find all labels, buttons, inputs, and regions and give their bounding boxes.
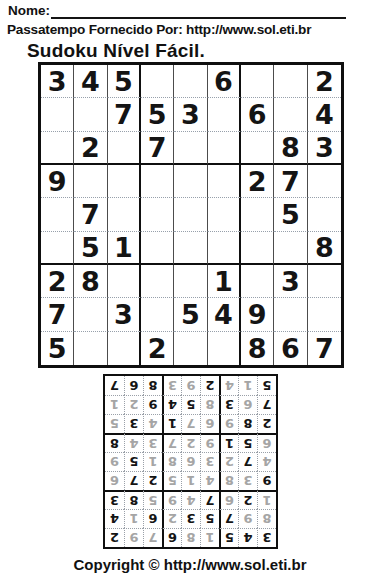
puzzle-cell-r6c3: 1 [108,232,141,265]
puzzle-cell-r9c2 [74,332,107,365]
puzzle-cell-r6c9: 8 [308,232,341,265]
solution-cell-r5c2: 7 [238,452,257,471]
puzzle-cell-r7c8: 3 [274,265,307,298]
solution-cell-r7c9: 5 [105,414,124,433]
solution-cell-r1c6: 6 [162,528,181,547]
solution-cell-r8c4: 8 [200,395,219,414]
solution-cell-r6c8: 4 [124,433,143,452]
solution-cell-r5c5: 6 [181,452,200,471]
provider-text: Passatempo Fornecido Por: http://www.sol… [7,22,377,37]
solution-cell-r8c6: 4 [162,395,181,414]
puzzle-cell-r1c1: 3 [41,65,74,98]
puzzle-cell-r6c7 [241,232,274,265]
puzzle-cell-r9c4: 2 [141,332,174,365]
puzzle-cell-r6c5 [174,232,207,265]
solution-cell-r9c5: 9 [181,376,200,395]
puzzle-cell-r8c4 [141,298,174,331]
solution-cell-r3c8: 8 [124,490,143,509]
puzzle-cell-r1c8 [274,65,307,98]
puzzle-cell-r9c1: 5 [41,332,74,365]
puzzle-cell-r8c1: 7 [41,298,74,331]
solution-cell-r4c7: 2 [143,471,162,490]
puzzle-cell-r9c7: 8 [241,332,274,365]
solution-cell-r2c8: 1 [124,509,143,528]
puzzle-grid: 345627536427839277551828137354952867 [38,62,344,368]
puzzle-cell-r4c2 [74,165,107,198]
puzzle-cell-r4c1: 9 [41,165,74,198]
solution-cell-r5c7: 1 [143,452,162,471]
puzzle-cell-r2c5: 3 [174,98,207,131]
puzzle-cell-r3c8: 8 [274,132,307,165]
puzzle-cell-r4c5 [174,165,207,198]
solution-cell-r9c1: 5 [257,376,276,395]
solution-cell-r1c1: 3 [257,528,276,547]
puzzle-cell-r5c9 [308,198,341,231]
solution-cell-r4c1: 9 [257,471,276,490]
puzzle-cell-r4c8: 7 [274,165,307,198]
solution-cell-r8c3: 3 [219,395,238,414]
solution-cell-r2c5: 3 [181,509,200,528]
solution-cell-r1c3: 5 [219,528,238,547]
solution-cell-r6c4: 9 [200,433,219,452]
solution-cell-r7c3: 9 [219,414,238,433]
puzzle-cell-r8c9 [308,298,341,331]
solution-cell-r6c5: 2 [181,433,200,452]
solution-cell-r2c6: 2 [162,509,181,528]
solution-cell-r3c6: 9 [162,490,181,509]
solution-cell-r4c5: 1 [181,471,200,490]
puzzle-cell-r2c8 [274,98,307,131]
solution-cell-r1c9: 2 [105,528,124,547]
puzzle-cell-r2c2 [74,98,107,131]
puzzle-cell-r7c3 [108,265,141,298]
puzzle-cell-r3c4: 7 [141,132,174,165]
puzzle-cell-r7c9 [308,265,341,298]
puzzle-cell-r3c2: 2 [74,132,107,165]
puzzle-cell-r5c1 [41,198,74,231]
solution-cell-r2c4: 5 [200,509,219,528]
solution-cell-r7c1: 2 [257,414,276,433]
solution-cell-r8c8: 2 [124,395,143,414]
solution-cell-r2c1: 8 [257,509,276,528]
puzzle-cell-r2c4: 5 [141,98,174,131]
solution-cell-r5c3: 2 [219,452,238,471]
name-label: Nome: [8,3,50,19]
puzzle-cell-r5c3 [108,198,141,231]
puzzle-cell-r1c3: 5 [108,65,141,98]
puzzle-cell-r2c6 [208,98,241,131]
puzzle-cell-r3c5 [174,132,207,165]
solution-cell-r3c3: 6 [219,490,238,509]
puzzle-cell-r7c6: 1 [208,265,241,298]
solution-cell-r5c6: 8 [162,452,181,471]
puzzle-cell-r7c4 [141,265,174,298]
solution-cell-r3c9: 3 [105,490,124,509]
puzzle-cell-r8c7: 9 [241,298,274,331]
solution-cell-r7c6: 1 [162,414,181,433]
solution-cell-r1c8: 9 [124,528,143,547]
puzzle-cell-r3c9: 3 [308,132,341,165]
puzzle-cell-r7c5 [174,265,207,298]
solution-cell-r1c7: 7 [143,528,162,547]
solution-cell-r9c4: 2 [200,376,219,395]
solution-grid: 3451867928975326141267495839384152764723… [103,374,278,549]
solution-cell-r8c7: 9 [143,395,162,414]
solution-cell-r5c1: 4 [257,452,276,471]
puzzle-cell-r5c4 [141,198,174,231]
puzzle-cell-r6c2: 5 [74,232,107,265]
puzzle-cell-r1c6: 6 [208,65,241,98]
puzzle-cell-r6c1 [41,232,74,265]
solution-cell-r1c4: 1 [200,528,219,547]
puzzle-cell-r1c4 [141,65,174,98]
puzzle-cell-r5c7 [241,198,274,231]
puzzle-cell-r8c6: 4 [208,298,241,331]
solution-cell-r8c9: 1 [105,395,124,414]
puzzle-cell-r8c8 [274,298,307,331]
name-blank-line [51,3,346,19]
puzzle-cell-r8c2 [74,298,107,331]
puzzle-cell-r2c3: 7 [108,98,141,131]
puzzle-cell-r9c3 [108,332,141,365]
solution-cell-r8c2: 6 [238,395,257,414]
puzzle-cell-r3c3 [108,132,141,165]
solution-cell-r3c5: 4 [181,490,200,509]
solution-cell-r7c4: 6 [200,414,219,433]
puzzle-cell-r2c7: 6 [241,98,274,131]
puzzle-cell-r8c3: 3 [108,298,141,331]
solution-cell-r5c9: 9 [105,452,124,471]
puzzle-cell-r5c6 [208,198,241,231]
solution-cell-r1c5: 8 [181,528,200,547]
puzzle-cell-r9c9: 7 [308,332,341,365]
solution-cell-r1c2: 4 [238,528,257,547]
puzzle-cell-r1c2: 4 [74,65,107,98]
solution-cell-r2c3: 7 [219,509,238,528]
solution-cell-r7c7: 4 [143,414,162,433]
solution-cell-r2c9: 4 [105,509,124,528]
puzzle-cell-r6c8 [274,232,307,265]
puzzle-cell-r3c6 [208,132,241,165]
puzzle-cell-r4c7: 2 [241,165,274,198]
puzzle-cell-r5c2: 7 [74,198,107,231]
solution-cell-r3c1: 1 [257,490,276,509]
solution-cell-r3c2: 2 [238,490,257,509]
solution-cell-r9c3: 4 [219,376,238,395]
solution-cell-r6c2: 5 [238,433,257,452]
puzzle-cell-r9c5 [174,332,207,365]
solution-cell-r6c6: 7 [162,433,181,452]
solution-cell-r4c2: 3 [238,471,257,490]
puzzle-cell-r4c3 [108,165,141,198]
puzzle-cell-r3c7 [241,132,274,165]
solution-cell-r9c8: 6 [124,376,143,395]
puzzle-cell-r1c7 [241,65,274,98]
puzzle-cell-r5c8: 5 [274,198,307,231]
puzzle-cell-r9c8: 6 [274,332,307,365]
puzzle-cell-r7c7 [241,265,274,298]
page-title: Sudoku Nível Fácil. [27,40,205,62]
solution-cell-r4c9: 6 [105,471,124,490]
solution-cell-r7c8: 3 [124,414,143,433]
solution-cell-r5c4: 3 [200,452,219,471]
puzzle-cell-r6c4 [141,232,174,265]
solution-cell-r4c6: 5 [162,471,181,490]
puzzle-cell-r1c5 [174,65,207,98]
solution-cell-r9c6: 3 [162,376,181,395]
puzzle-cell-r3c1 [41,132,74,165]
solution-cell-r9c7: 8 [143,376,162,395]
puzzle-cell-r4c4 [141,165,174,198]
solution-cell-r6c3: 1 [219,433,238,452]
solution-cell-r6c1: 6 [257,433,276,452]
solution-cell-r7c2: 8 [238,414,257,433]
puzzle-cell-r2c9: 4 [308,98,341,131]
puzzle-cell-r9c6 [208,332,241,365]
solution-cell-r3c4: 7 [200,490,219,509]
solution-cell-r6c7: 3 [143,433,162,452]
solution-cell-r5c8: 5 [124,452,143,471]
puzzle-cell-r7c2: 8 [74,265,107,298]
copyright-text: Copyright © http://www.sol.eti.br [0,556,380,573]
solution-cell-r8c5: 5 [181,395,200,414]
puzzle-cell-r4c6 [208,165,241,198]
solution-cell-r3c7: 5 [143,490,162,509]
puzzle-cell-r7c1: 2 [41,265,74,298]
solution-cell-r9c9: 7 [105,376,124,395]
solution-cell-r4c8: 7 [124,471,143,490]
solution-cell-r9c2: 1 [238,376,257,395]
name-field-row: Nome: [8,3,346,19]
puzzle-cell-r8c5: 5 [174,298,207,331]
solution-cell-r4c4: 4 [200,471,219,490]
solution-cell-r6c9: 8 [105,433,124,452]
puzzle-cell-r4c9 [308,165,341,198]
solution-cell-r8c1: 7 [257,395,276,414]
puzzle-cell-r1c9: 2 [308,65,341,98]
puzzle-cell-r6c6 [208,232,241,265]
puzzle-cell-r2c1 [41,98,74,131]
solution-cell-r2c7: 6 [143,509,162,528]
solution-cell-r4c3: 8 [219,471,238,490]
puzzle-cell-r5c5 [174,198,207,231]
solution-cell-r2c2: 9 [238,509,257,528]
solution-cell-r7c5: 7 [181,414,200,433]
